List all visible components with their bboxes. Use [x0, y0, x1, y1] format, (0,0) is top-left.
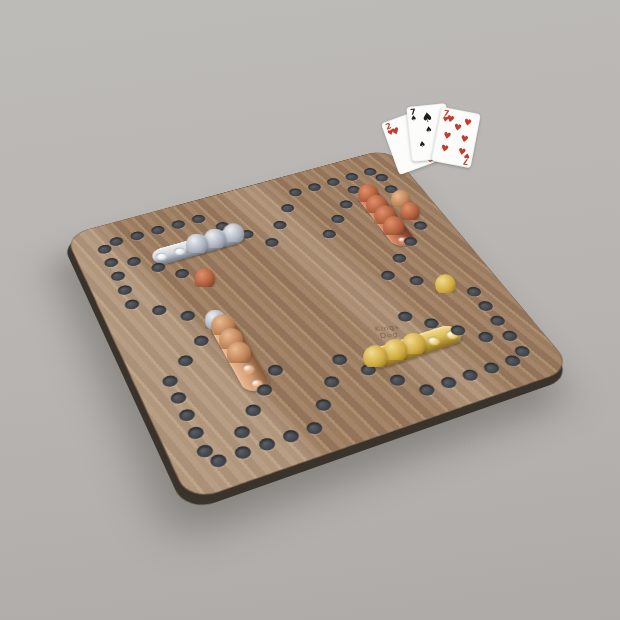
track-hole-N-t9[interactable]	[271, 220, 288, 231]
track-hole-S-f3[interactable]	[422, 317, 441, 330]
track-hole-S-t12[interactable]	[281, 429, 302, 445]
game-board: Kings Dog	[65, 148, 574, 502]
card-pip-hearts: ♥	[460, 134, 470, 144]
track-hole-N-t1[interactable]	[108, 236, 125, 247]
track-hole-S-t15[interactable]	[208, 453, 229, 470]
track-hole-E-t13[interactable]	[488, 314, 508, 327]
track-hole-N-t2[interactable]	[129, 230, 146, 241]
card-index: 7♠	[409, 108, 417, 123]
track-hole-S-t14[interactable]	[233, 445, 254, 461]
track-hole-W-t2[interactable]	[185, 425, 205, 441]
track-hole-E-t5[interactable]	[412, 220, 430, 231]
track-hole-W-t12[interactable]	[116, 284, 134, 296]
card-pip-spades: ♠	[425, 126, 433, 135]
track-hole-S-t13[interactable]	[257, 437, 278, 453]
track-hole-E-f2[interactable]	[338, 199, 355, 210]
track-hole-W-t14[interactable]	[102, 257, 119, 269]
track-hole-N-f1[interactable]	[126, 255, 143, 267]
track-hole-W-f1[interactable]	[231, 424, 251, 440]
track-hole-W-t5[interactable]	[160, 374, 179, 389]
track-hole-N-t13[interactable]	[325, 177, 342, 187]
track-hole-W-t9[interactable]	[179, 309, 197, 322]
track-hole-S-f1[interactable]	[476, 331, 496, 345]
card-pip-hearts: ♥	[390, 126, 401, 137]
track-hole-S-t6[interactable]	[388, 372, 408, 387]
track-hole-S-t5[interactable]	[417, 383, 438, 398]
card-pip-spades: ♠	[421, 110, 434, 124]
track-hole-E-t8[interactable]	[378, 269, 396, 281]
track-hole-E-f3[interactable]	[329, 213, 346, 224]
track-hole-E-t9[interactable]	[407, 275, 426, 287]
track-hole-E-f4[interactable]	[320, 228, 338, 239]
marble-copper-on-N-f4[interactable]	[194, 268, 215, 289]
track-hole-S-t9[interactable]	[322, 374, 342, 389]
track-hole-W-f4[interactable]	[266, 363, 286, 377]
card-pip-hearts: ♥	[457, 147, 467, 157]
track-hole-N-t11[interactable]	[287, 187, 304, 197]
track-hole-N-f3[interactable]	[173, 268, 191, 280]
track-hole-W-t13[interactable]	[109, 270, 126, 282]
track-hole-E-t7[interactable]	[390, 252, 408, 264]
track-hole-W-t15[interactable]	[96, 244, 113, 256]
track-hole-N-t5[interactable]	[190, 213, 207, 224]
track-hole-W-f2[interactable]	[243, 403, 263, 418]
track-hole-N-t4[interactable]	[169, 219, 186, 230]
track-hole-N-t8[interactable]	[263, 237, 280, 248]
track-hole-S-f4[interactable]	[396, 310, 415, 323]
track-hole-W-t6[interactable]	[177, 354, 196, 368]
card-pip-hearts: ♥	[463, 118, 473, 128]
marble-copper-on-E-t4[interactable]	[401, 202, 420, 221]
track-hole-N-t12[interactable]	[306, 182, 323, 192]
track-hole-S-t2[interactable]	[482, 361, 503, 375]
track-hole-E-t12[interactable]	[476, 300, 495, 313]
track-hole-S-t3[interactable]	[461, 368, 482, 382]
track-hole-N-t3[interactable]	[149, 224, 166, 235]
track-hole-W-t7[interactable]	[192, 334, 211, 348]
track-hole-W-t11[interactable]	[123, 298, 141, 311]
track-hole-W-t3[interactable]	[177, 408, 197, 423]
card-pip-hearts: ♥	[443, 131, 453, 141]
track-hole-S-t4[interactable]	[439, 375, 460, 390]
track-hole-E-t11[interactable]	[465, 285, 484, 297]
track-hole-N-t14[interactable]	[343, 172, 360, 182]
scene-backdrop: Kings Dog 2♥2♥♥7♠7♠♠♠♠7♥7♥♥♥♥♥♥♥♥	[0, 0, 620, 620]
track-hole-S-t1[interactable]	[503, 354, 523, 368]
card-pip-spades: ♠	[418, 140, 426, 149]
marble-gold-on-E-t10[interactable]	[434, 274, 455, 295]
card-fan: 2♥2♥♥7♠7♠♠♠♠7♥7♥♥♥♥♥♥♥♥	[388, 103, 504, 179]
track-hole-E-t14[interactable]	[500, 329, 520, 342]
track-hole-N-t10[interactable]	[279, 203, 296, 214]
track-hole-S-t11[interactable]	[304, 421, 325, 437]
track-hole-W-t10[interactable]	[151, 304, 169, 317]
track-hole-S-t10[interactable]	[313, 397, 333, 412]
card-pip-hearts: ♥	[440, 144, 450, 154]
track-hole-S-t8[interactable]	[330, 352, 350, 366]
track-hole-W-t4[interactable]	[168, 391, 188, 406]
track-hole-E-t15[interactable]	[512, 344, 532, 358]
